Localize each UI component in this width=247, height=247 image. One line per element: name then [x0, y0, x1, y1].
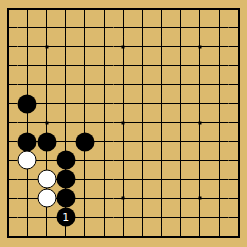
intersection-c1r7[interactable] [0, 113, 18, 132]
intersection-c11r12[interactable] [190, 208, 209, 227]
intersection-c11r10[interactable] [190, 170, 209, 189]
intersection-c10r12[interactable] [171, 208, 190, 227]
intersection-c1r3[interactable] [0, 37, 18, 56]
black-stone [56, 170, 75, 189]
intersection-c4r7[interactable] [56, 113, 75, 132]
intersection-c6r1[interactable] [94, 0, 113, 18]
intersection-c8r6[interactable] [133, 94, 152, 113]
intersection-c5r12[interactable] [75, 208, 94, 227]
white-stone [37, 170, 56, 189]
intersection-c5r13[interactable] [75, 227, 94, 246]
intersection-c7r7[interactable] [114, 113, 133, 132]
intersection-c2r13[interactable] [18, 227, 37, 246]
intersection-c3r9[interactable] [37, 151, 56, 170]
intersection-c5r10[interactable] [75, 170, 94, 189]
intersection-c12r11[interactable] [209, 189, 228, 208]
intersection-c5r9[interactable] [75, 151, 94, 170]
intersection-c6r8[interactable] [94, 132, 113, 151]
intersection-c11r6[interactable] [190, 94, 209, 113]
intersection-c8r12[interactable] [133, 208, 152, 227]
intersection-c10r2[interactable] [171, 18, 190, 37]
star-point [122, 45, 125, 48]
intersection-c13r4[interactable] [229, 56, 247, 75]
intersection-c10r10[interactable] [171, 170, 190, 189]
black-stone [56, 189, 75, 208]
intersection-c9r6[interactable] [152, 94, 171, 113]
intersection-c1r6[interactable] [0, 94, 18, 113]
intersection-c3r3[interactable] [37, 37, 56, 56]
star-point [198, 197, 201, 200]
intersection-c6r13[interactable] [94, 227, 113, 246]
intersection-c5r8[interactable] [75, 132, 94, 151]
intersection-c2r9[interactable] [18, 151, 37, 170]
intersection-c2r2[interactable] [18, 18, 37, 37]
intersection-c12r4[interactable] [209, 56, 228, 75]
intersection-c7r11[interactable] [114, 189, 133, 208]
intersection-c8r2[interactable] [133, 18, 152, 37]
intersection-c10r3[interactable] [171, 37, 190, 56]
intersection-c1r13[interactable] [0, 227, 18, 246]
intersection-c10r13[interactable] [171, 227, 190, 246]
intersection-c9r12[interactable] [152, 208, 171, 227]
intersection-c5r1[interactable] [75, 0, 94, 18]
star-point [122, 121, 125, 124]
intersection-c1r10[interactable] [0, 170, 18, 189]
intersection-c7r8[interactable] [114, 132, 133, 151]
intersection-c2r4[interactable] [18, 56, 37, 75]
intersection-c2r7[interactable] [18, 113, 37, 132]
go-board-diagram: 1 [0, 0, 247, 247]
intersection-c6r6[interactable] [94, 94, 113, 113]
intersection-c3r2[interactable] [37, 18, 56, 37]
intersection-c11r4[interactable] [190, 56, 209, 75]
intersection-c10r7[interactable] [171, 113, 190, 132]
intersection-c4r1[interactable] [56, 0, 75, 18]
intersection-c8r3[interactable] [133, 37, 152, 56]
intersection-c10r9[interactable] [171, 151, 190, 170]
intersection-c4r12[interactable]: 1 [56, 208, 75, 227]
intersection-c13r8[interactable] [229, 132, 247, 151]
black-stone: 1 [56, 208, 75, 227]
intersection-c11r8[interactable] [190, 132, 209, 151]
intersection-c12r6[interactable] [209, 94, 228, 113]
intersection-c12r7[interactable] [209, 113, 228, 132]
intersection-c8r13[interactable] [133, 227, 152, 246]
white-stone [18, 151, 37, 170]
intersection-c2r5[interactable] [18, 75, 37, 94]
intersection-c9r10[interactable] [152, 170, 171, 189]
intersection-c8r11[interactable] [133, 189, 152, 208]
intersection-c9r7[interactable] [152, 113, 171, 132]
intersection-c4r3[interactable] [56, 37, 75, 56]
intersection-c9r2[interactable] [152, 18, 171, 37]
intersection-c11r3[interactable] [190, 37, 209, 56]
white-stone [37, 189, 56, 208]
intersection-c6r9[interactable] [94, 151, 113, 170]
intersection-c3r6[interactable] [37, 94, 56, 113]
intersection-c9r9[interactable] [152, 151, 171, 170]
intersection-c6r2[interactable] [94, 18, 113, 37]
intersection-c5r11[interactable] [75, 189, 94, 208]
intersection-c11r11[interactable] [190, 189, 209, 208]
intersection-c10r5[interactable] [171, 75, 190, 94]
star-point [45, 121, 48, 124]
intersection-c3r5[interactable] [37, 75, 56, 94]
intersection-c2r1[interactable] [18, 0, 37, 18]
intersection-c7r9[interactable] [114, 151, 133, 170]
intersection-c4r8[interactable] [56, 132, 75, 151]
intersection-c7r4[interactable] [114, 56, 133, 75]
intersection-c8r9[interactable] [133, 151, 152, 170]
intersection-c6r10[interactable] [94, 170, 113, 189]
intersection-c7r10[interactable] [114, 170, 133, 189]
intersection-c1r11[interactable] [0, 189, 18, 208]
intersection-c10r8[interactable] [171, 132, 190, 151]
intersection-c12r1[interactable] [209, 0, 228, 18]
star-point [198, 121, 201, 124]
intersection-c8r10[interactable] [133, 170, 152, 189]
intersection-c12r10[interactable] [209, 170, 228, 189]
intersection-c13r9[interactable] [229, 151, 247, 170]
intersection-c10r11[interactable] [171, 189, 190, 208]
intersection-c5r4[interactable] [75, 56, 94, 75]
go-board: 1 [0, 0, 247, 246]
intersection-c13r7[interactable] [229, 113, 247, 132]
star-point [45, 45, 48, 48]
intersection-c12r3[interactable] [209, 37, 228, 56]
intersection-c2r8[interactable] [18, 132, 37, 151]
intersection-c11r1[interactable] [190, 0, 209, 18]
intersection-c3r8[interactable] [37, 132, 56, 151]
intersection-c5r3[interactable] [75, 37, 94, 56]
intersection-c4r6[interactable] [56, 94, 75, 113]
intersection-c8r1[interactable] [133, 0, 152, 18]
intersection-c9r13[interactable] [152, 227, 171, 246]
intersection-c11r2[interactable] [190, 18, 209, 37]
intersection-c4r10[interactable] [56, 170, 75, 189]
intersection-c4r13[interactable] [56, 227, 75, 246]
intersection-c7r2[interactable] [114, 18, 133, 37]
intersection-c7r5[interactable] [114, 75, 133, 94]
intersection-c1r9[interactable] [0, 151, 18, 170]
intersection-c2r3[interactable] [18, 37, 37, 56]
intersection-c1r1[interactable] [0, 0, 18, 18]
intersection-c5r6[interactable] [75, 94, 94, 113]
intersection-c2r11[interactable] [18, 189, 37, 208]
intersection-c8r8[interactable] [133, 132, 152, 151]
intersection-c1r12[interactable] [0, 208, 18, 227]
intersection-c12r8[interactable] [209, 132, 228, 151]
intersection-c12r2[interactable] [209, 18, 228, 37]
black-stone [37, 132, 56, 151]
intersection-c6r4[interactable] [94, 56, 113, 75]
intersection-c6r7[interactable] [94, 113, 113, 132]
intersection-c3r1[interactable] [37, 0, 56, 18]
intersection-c13r11[interactable] [229, 189, 247, 208]
intersection-c11r5[interactable] [190, 75, 209, 94]
intersection-c9r5[interactable] [152, 75, 171, 94]
intersection-c1r4[interactable] [0, 56, 18, 75]
intersection-c7r6[interactable] [114, 94, 133, 113]
intersection-c12r5[interactable] [209, 75, 228, 94]
intersection-c3r10[interactable] [37, 170, 56, 189]
intersection-c13r3[interactable] [229, 37, 247, 56]
intersection-c11r13[interactable] [190, 227, 209, 246]
intersection-c3r4[interactable] [37, 56, 56, 75]
intersection-c5r2[interactable] [75, 18, 94, 37]
intersection-c10r1[interactable] [171, 0, 190, 18]
star-point [122, 197, 125, 200]
intersection-c12r13[interactable] [209, 227, 228, 246]
intersection-c12r9[interactable] [209, 151, 228, 170]
black-stone [18, 132, 37, 151]
intersection-c10r4[interactable] [171, 56, 190, 75]
intersection-c13r10[interactable] [229, 170, 247, 189]
intersection-c3r13[interactable] [37, 227, 56, 246]
intersection-c4r11[interactable] [56, 189, 75, 208]
intersection-c4r5[interactable] [56, 75, 75, 94]
intersection-c5r5[interactable] [75, 75, 94, 94]
intersection-c9r11[interactable] [152, 189, 171, 208]
intersection-c9r4[interactable] [152, 56, 171, 75]
intersection-c10r6[interactable] [171, 94, 190, 113]
intersection-c3r12[interactable] [37, 208, 56, 227]
intersection-c11r7[interactable] [190, 113, 209, 132]
intersection-c5r7[interactable] [75, 113, 94, 132]
intersection-c2r12[interactable] [18, 208, 37, 227]
star-point [198, 45, 201, 48]
black-stone [18, 94, 37, 113]
intersection-c7r12[interactable] [114, 208, 133, 227]
intersection-c13r6[interactable] [229, 94, 247, 113]
intersection-c2r6[interactable] [18, 94, 37, 113]
intersection-c13r1[interactable] [229, 0, 247, 18]
intersection-c6r11[interactable] [94, 189, 113, 208]
intersection-c11r9[interactable] [190, 151, 209, 170]
intersection-c8r4[interactable] [133, 56, 152, 75]
move-number-label: 1 [62, 212, 69, 223]
intersection-c7r3[interactable] [114, 37, 133, 56]
intersection-c6r3[interactable] [94, 37, 113, 56]
intersection-c1r2[interactable] [0, 18, 18, 37]
intersection-c7r13[interactable] [114, 227, 133, 246]
intersection-c9r1[interactable] [152, 0, 171, 18]
intersection-c8r7[interactable] [133, 113, 152, 132]
intersection-c13r2[interactable] [229, 18, 247, 37]
intersection-c13r13[interactable] [229, 227, 247, 246]
intersection-c4r2[interactable] [56, 18, 75, 37]
intersection-c13r12[interactable] [229, 208, 247, 227]
intersection-c13r5[interactable] [229, 75, 247, 94]
intersection-c3r11[interactable] [37, 189, 56, 208]
intersection-c1r5[interactable] [0, 75, 18, 94]
intersection-c8r5[interactable] [133, 75, 152, 94]
intersection-c12r12[interactable] [209, 208, 228, 227]
intersection-c3r7[interactable] [37, 113, 56, 132]
intersection-c9r3[interactable] [152, 37, 171, 56]
intersection-c6r5[interactable] [94, 75, 113, 94]
intersection-c9r8[interactable] [152, 132, 171, 151]
black-stone [56, 151, 75, 170]
intersection-c4r9[interactable] [56, 151, 75, 170]
intersection-c1r8[interactable] [0, 132, 18, 151]
intersection-c4r4[interactable] [56, 56, 75, 75]
intersection-c2r10[interactable] [18, 170, 37, 189]
intersection-c6r12[interactable] [94, 208, 113, 227]
intersection-c7r1[interactable] [114, 0, 133, 18]
black-stone [75, 132, 94, 151]
